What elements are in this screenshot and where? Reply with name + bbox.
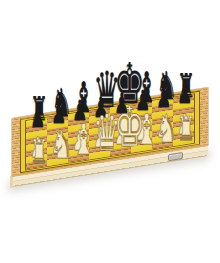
black-bishop: ♝ [72,77,85,119]
board-box-left-edge [10,176,13,188]
black-knight: ♞ [156,66,169,105]
product-image-canvas[interactable]: ♜♞♝♛♚♝♞♜♟♟♟♟♟♟♟♟♟♟♟♟♟♟♟♟♜♞♝♛♚♝♞♜ [0,0,220,263]
black-knight: ♞ [51,83,64,122]
black-rook: ♜ [30,92,43,125]
black-queen: ♛ [93,65,106,115]
black-bishop: ♝ [135,67,148,109]
black-king: ♚ [114,56,127,112]
metal-clasp [168,152,183,161]
black-rook: ♜ [177,69,190,102]
